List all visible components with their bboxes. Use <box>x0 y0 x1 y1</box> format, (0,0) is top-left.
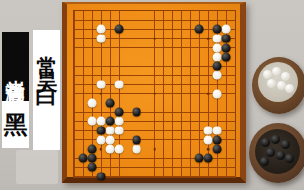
white-stone <box>213 89 222 98</box>
white-player-banner: 常昊 白 <box>33 30 60 150</box>
white-stone <box>105 145 114 154</box>
white-stone <box>96 80 105 89</box>
bowl-black-stone <box>271 135 280 144</box>
white-color-label: 白 <box>36 81 58 111</box>
bowl-white-stone <box>263 70 272 79</box>
black-stone <box>222 53 231 62</box>
white-stone <box>213 53 222 62</box>
black-stone <box>222 34 231 43</box>
black-stone <box>204 154 213 163</box>
star-point <box>207 37 210 40</box>
white-stone <box>105 135 114 144</box>
black-stone <box>132 135 141 144</box>
star-point <box>207 148 210 151</box>
black-color-label-box: 黑 <box>2 101 29 148</box>
bowl-black-stone <box>266 148 275 157</box>
white-stone <box>213 126 222 135</box>
black-stone <box>213 25 222 34</box>
black-stone-bowl <box>249 123 304 183</box>
go-board <box>62 2 246 183</box>
black-stone <box>213 145 222 154</box>
black-stone <box>114 25 123 34</box>
black-stone <box>132 108 141 117</box>
black-stone <box>213 135 222 144</box>
black-stone <box>105 117 114 126</box>
black-player-name: 崔哲瀚 <box>2 64 29 70</box>
white-stone <box>114 126 123 135</box>
white-stone <box>222 25 231 34</box>
white-stone <box>96 25 105 34</box>
black-stone <box>79 154 88 163</box>
bowl-black-stone <box>281 140 290 149</box>
background-paper <box>16 150 58 184</box>
white-stone <box>114 80 123 89</box>
white-stone <box>96 34 105 43</box>
bowl-white-stone <box>267 79 276 88</box>
star-point <box>153 93 156 96</box>
bowl-black-stone <box>261 138 270 147</box>
white-stone <box>96 117 105 126</box>
white-bowl-interior <box>258 62 298 102</box>
white-stone <box>213 34 222 43</box>
black-stone <box>87 145 96 154</box>
black-stone <box>114 108 123 117</box>
white-stone <box>96 135 105 144</box>
white-player-name: 常昊 <box>33 39 60 69</box>
black-player-name-box: 崔哲瀚 <box>2 32 29 101</box>
star-point <box>100 148 103 151</box>
bowl-black-stone <box>285 154 294 163</box>
white-stone-bowl <box>252 57 304 114</box>
star-point <box>153 148 156 151</box>
black-color-label: 黑 <box>4 109 28 141</box>
star-point <box>207 93 210 96</box>
white-stone <box>213 71 222 80</box>
black-stone <box>213 62 222 71</box>
black-stone <box>87 163 96 172</box>
video-thumbnail: 崔哲瀚 黑 常昊 白 <box>0 0 304 190</box>
white-stone <box>204 126 213 135</box>
bowl-white-stone <box>285 84 294 93</box>
white-stone <box>213 43 222 52</box>
white-stone <box>87 99 96 108</box>
white-stone <box>114 117 123 126</box>
black-player-banner: 崔哲瀚 黑 <box>2 32 29 148</box>
black-bowl-interior <box>255 129 300 174</box>
star-point <box>153 37 156 40</box>
bowl-black-stone <box>276 151 285 160</box>
black-stone <box>96 126 105 135</box>
black-stone <box>222 43 231 52</box>
white-stone <box>204 135 213 144</box>
black-stone <box>195 154 204 163</box>
black-stone <box>195 25 204 34</box>
star-point <box>100 93 103 96</box>
go-grid <box>73 10 236 178</box>
black-stone <box>96 172 105 181</box>
black-stone <box>87 154 96 163</box>
black-stone <box>105 99 114 108</box>
white-stone <box>105 126 114 135</box>
white-stone <box>87 117 96 126</box>
bowl-white-stone <box>281 72 290 81</box>
bowl-white-stone <box>272 67 281 76</box>
white-stone <box>114 145 123 154</box>
bowl-black-stone <box>260 157 269 166</box>
white-stone <box>132 145 141 154</box>
